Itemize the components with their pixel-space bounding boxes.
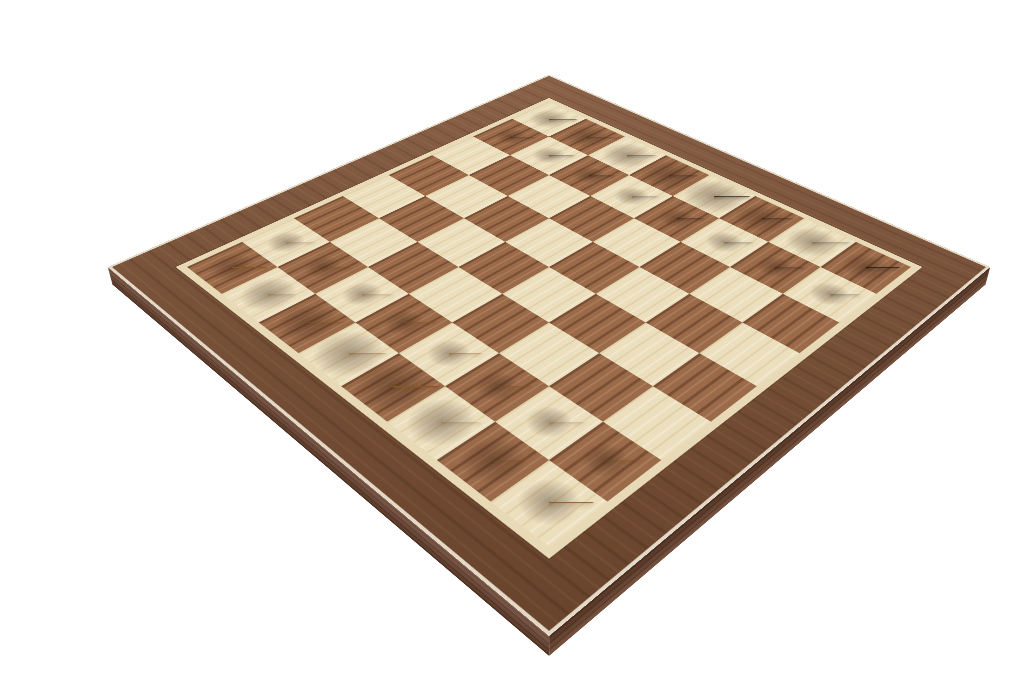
chess-board: ♜♞♝♛♚♝♞♜♟♟♟♟♟♟♟♟♟♟♟♟♟♟♟♟♜♞♝♛♚♝♞♜ xyxy=(108,74,990,636)
scene: ♜♞♝♛♚♝♞♜♟♟♟♟♟♟♟♟♟♟♟♟♟♟♟♟♜♞♝♛♚♝♞♜ xyxy=(0,0,1024,683)
black-pawn-icon: ♟ xyxy=(785,209,874,308)
white-rook-icon: ♜ xyxy=(481,372,618,524)
